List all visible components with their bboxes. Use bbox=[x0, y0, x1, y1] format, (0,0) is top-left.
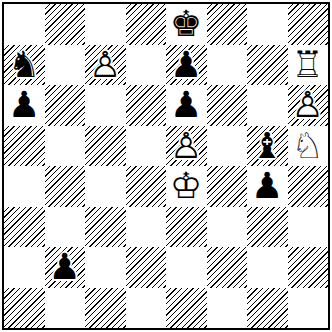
piece-glyph: ♙ bbox=[288, 85, 329, 126]
chess-board-frame: ♚♚♞♞♟♙♟♟♜♖♟♟♟♟♟♙♟♙♝♝♞♘♚♔♟♟♟♟ bbox=[2, 2, 330, 330]
piece-glyph: ♞ bbox=[4, 45, 45, 86]
square-g6[interactable] bbox=[247, 85, 288, 126]
square-b7[interactable] bbox=[45, 45, 86, 86]
piece-black-pawn-g4[interactable]: ♟♟ bbox=[247, 166, 288, 207]
square-e5[interactable]: ♟♙ bbox=[166, 126, 207, 167]
piece-glyph: ♟ bbox=[4, 85, 45, 126]
square-d7[interactable] bbox=[126, 45, 167, 86]
piece-black-king-e8[interactable]: ♚♚ bbox=[166, 4, 207, 45]
square-c8[interactable] bbox=[85, 4, 126, 45]
piece-black-pawn-a6[interactable]: ♟♟ bbox=[4, 85, 45, 126]
piece-glyph: ♟ bbox=[166, 45, 207, 86]
square-d3[interactable] bbox=[126, 207, 167, 248]
square-f6[interactable] bbox=[207, 85, 248, 126]
square-g8[interactable] bbox=[247, 4, 288, 45]
square-f4[interactable] bbox=[207, 166, 248, 207]
square-c5[interactable] bbox=[85, 126, 126, 167]
square-h2[interactable] bbox=[288, 247, 329, 288]
square-f5[interactable] bbox=[207, 126, 248, 167]
square-h1[interactable] bbox=[288, 288, 329, 329]
square-g3[interactable] bbox=[247, 207, 288, 248]
square-e1[interactable] bbox=[166, 288, 207, 329]
square-b3[interactable] bbox=[45, 207, 86, 248]
square-a3[interactable] bbox=[4, 207, 45, 248]
square-g7[interactable] bbox=[247, 45, 288, 86]
square-c3[interactable] bbox=[85, 207, 126, 248]
square-c2[interactable] bbox=[85, 247, 126, 288]
piece-black-pawn-b2[interactable]: ♟♟ bbox=[45, 247, 86, 288]
square-a4[interactable] bbox=[4, 166, 45, 207]
piece-glyph: ♔ bbox=[166, 166, 207, 207]
square-d4[interactable] bbox=[126, 166, 167, 207]
square-d5[interactable] bbox=[126, 126, 167, 167]
piece-white-rook-h7[interactable]: ♜♖ bbox=[288, 45, 329, 86]
piece-glyph: ♟ bbox=[166, 85, 207, 126]
square-a6[interactable]: ♟♟ bbox=[4, 85, 45, 126]
square-b2[interactable]: ♟♟ bbox=[45, 247, 86, 288]
square-d2[interactable] bbox=[126, 247, 167, 288]
square-a8[interactable] bbox=[4, 4, 45, 45]
piece-glyph: ♘ bbox=[288, 126, 329, 167]
square-e8[interactable]: ♚♚ bbox=[166, 4, 207, 45]
piece-glyph: ♟ bbox=[247, 166, 288, 207]
piece-black-pawn-e6[interactable]: ♟♟ bbox=[166, 85, 207, 126]
square-c6[interactable] bbox=[85, 85, 126, 126]
square-h5[interactable]: ♞♘ bbox=[288, 126, 329, 167]
square-e4[interactable]: ♚♔ bbox=[166, 166, 207, 207]
square-b5[interactable] bbox=[45, 126, 86, 167]
piece-white-king-e4[interactable]: ♚♔ bbox=[166, 166, 207, 207]
square-h7[interactable]: ♜♖ bbox=[288, 45, 329, 86]
square-f7[interactable] bbox=[207, 45, 248, 86]
square-h8[interactable] bbox=[288, 4, 329, 45]
square-a2[interactable] bbox=[4, 247, 45, 288]
piece-glyph: ♝ bbox=[247, 126, 288, 167]
square-h6[interactable]: ♟♙ bbox=[288, 85, 329, 126]
piece-glyph: ♖ bbox=[288, 45, 329, 86]
square-f1[interactable] bbox=[207, 288, 248, 329]
square-e2[interactable] bbox=[166, 247, 207, 288]
piece-glyph: ♙ bbox=[85, 45, 126, 86]
piece-black-knight-a7[interactable]: ♞♞ bbox=[4, 45, 45, 86]
square-e7[interactable]: ♟♟ bbox=[166, 45, 207, 86]
square-f3[interactable] bbox=[207, 207, 248, 248]
square-g2[interactable] bbox=[247, 247, 288, 288]
piece-black-bishop-g5[interactable]: ♝♝ bbox=[247, 126, 288, 167]
square-a7[interactable]: ♞♞ bbox=[4, 45, 45, 86]
square-h3[interactable] bbox=[288, 207, 329, 248]
chess-board: ♚♚♞♞♟♙♟♟♜♖♟♟♟♟♟♙♟♙♝♝♞♘♚♔♟♟♟♟ bbox=[4, 4, 328, 328]
square-b4[interactable] bbox=[45, 166, 86, 207]
square-d6[interactable] bbox=[126, 85, 167, 126]
square-c4[interactable] bbox=[85, 166, 126, 207]
square-a1[interactable] bbox=[4, 288, 45, 329]
piece-white-knight-h5[interactable]: ♞♘ bbox=[288, 126, 329, 167]
square-g5[interactable]: ♝♝ bbox=[247, 126, 288, 167]
piece-white-pawn-h6[interactable]: ♟♙ bbox=[288, 85, 329, 126]
piece-white-pawn-c7[interactable]: ♟♙ bbox=[85, 45, 126, 86]
piece-black-pawn-e7[interactable]: ♟♟ bbox=[166, 45, 207, 86]
square-e6[interactable]: ♟♟ bbox=[166, 85, 207, 126]
square-b6[interactable] bbox=[45, 85, 86, 126]
square-d8[interactable] bbox=[126, 4, 167, 45]
square-c1[interactable] bbox=[85, 288, 126, 329]
square-g1[interactable] bbox=[247, 288, 288, 329]
square-f8[interactable] bbox=[207, 4, 248, 45]
square-c7[interactable]: ♟♙ bbox=[85, 45, 126, 86]
square-a5[interactable] bbox=[4, 126, 45, 167]
piece-white-pawn-e5[interactable]: ♟♙ bbox=[166, 126, 207, 167]
square-e3[interactable] bbox=[166, 207, 207, 248]
square-b1[interactable] bbox=[45, 288, 86, 329]
piece-glyph: ♚ bbox=[166, 4, 207, 45]
piece-glyph: ♟ bbox=[45, 247, 86, 288]
square-f2[interactable] bbox=[207, 247, 248, 288]
square-b8[interactable] bbox=[45, 4, 86, 45]
square-h4[interactable] bbox=[288, 166, 329, 207]
square-g4[interactable]: ♟♟ bbox=[247, 166, 288, 207]
square-d1[interactable] bbox=[126, 288, 167, 329]
piece-glyph: ♙ bbox=[166, 126, 207, 167]
